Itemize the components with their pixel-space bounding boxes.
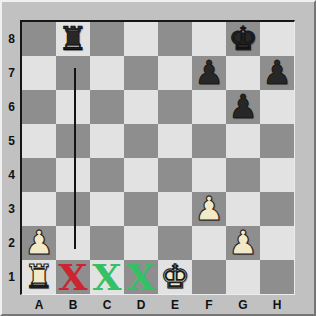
square-b7[interactable]	[56, 56, 90, 90]
square-h3[interactable]	[260, 192, 294, 226]
square-e8[interactable]	[158, 22, 192, 56]
square-e6[interactable]	[158, 90, 192, 124]
square-d4[interactable]	[124, 158, 158, 192]
black-pawn-g6[interactable]: ♟	[228, 90, 258, 124]
square-e5[interactable]	[158, 124, 192, 158]
square-e1[interactable]: ♚	[158, 260, 192, 294]
square-h6[interactable]	[260, 90, 294, 124]
square-b5[interactable]	[56, 124, 90, 158]
file-label-E: E	[158, 295, 192, 314]
rank-label-3: 3	[4, 192, 19, 226]
white-king-e1[interactable]: ♚	[160, 260, 190, 294]
square-g7[interactable]	[226, 56, 260, 90]
square-c5[interactable]	[90, 124, 124, 158]
square-e4[interactable]	[158, 158, 192, 192]
square-g4[interactable]	[226, 158, 260, 192]
square-b3[interactable]	[56, 192, 90, 226]
square-c1[interactable]: X	[90, 260, 124, 294]
square-f3[interactable]: ♟	[192, 192, 226, 226]
square-f1[interactable]	[192, 260, 226, 294]
square-b8[interactable]: ♜	[56, 22, 90, 56]
square-d6[interactable]	[124, 90, 158, 124]
rank-labels: 87654321	[4, 22, 19, 294]
square-c8[interactable]	[90, 22, 124, 56]
rank-label-1: 1	[4, 260, 19, 294]
red-x-mark-b1: X	[58, 260, 87, 294]
chess-board-frame: ♜♚♟♟♟♟♟♟♜XXX♚ 87654321 ABCDEFGH	[0, 0, 316, 316]
square-h4[interactable]	[260, 158, 294, 192]
white-pawn-f3[interactable]: ♟	[194, 192, 224, 226]
square-d1[interactable]: X	[124, 260, 158, 294]
square-g8[interactable]: ♚	[226, 22, 260, 56]
square-d2[interactable]	[124, 226, 158, 260]
square-h1[interactable]	[260, 260, 294, 294]
white-rook-a1[interactable]: ♜	[24, 260, 54, 294]
square-g5[interactable]	[226, 124, 260, 158]
file-label-B: B	[56, 295, 90, 314]
green-x-mark-c1: X	[92, 260, 121, 294]
square-c7[interactable]	[90, 56, 124, 90]
square-h2[interactable]	[260, 226, 294, 260]
rank-label-8: 8	[4, 22, 19, 56]
square-f8[interactable]	[192, 22, 226, 56]
white-pawn-a2[interactable]: ♟	[24, 226, 54, 260]
square-f7[interactable]: ♟	[192, 56, 226, 90]
square-e7[interactable]	[158, 56, 192, 90]
square-a8[interactable]	[22, 22, 56, 56]
black-king-g8[interactable]: ♚	[228, 22, 258, 56]
file-label-G: G	[226, 295, 260, 314]
square-f4[interactable]	[192, 158, 226, 192]
file-label-C: C	[90, 295, 124, 314]
square-f2[interactable]	[192, 226, 226, 260]
file-label-F: F	[192, 295, 226, 314]
black-pawn-h7[interactable]: ♟	[262, 56, 292, 90]
square-c2[interactable]	[90, 226, 124, 260]
black-pawn-f7[interactable]: ♟	[194, 56, 224, 90]
square-a4[interactable]	[22, 158, 56, 192]
square-g2[interactable]: ♟	[226, 226, 260, 260]
rank-label-7: 7	[4, 56, 19, 90]
square-g6[interactable]: ♟	[226, 90, 260, 124]
rank-label-4: 4	[4, 158, 19, 192]
rook-path-line	[74, 68, 76, 249]
square-a6[interactable]	[22, 90, 56, 124]
square-a5[interactable]	[22, 124, 56, 158]
square-d3[interactable]	[124, 192, 158, 226]
square-b1[interactable]: X	[56, 260, 90, 294]
green-x-mark-d1: X	[126, 260, 155, 294]
square-c4[interactable]	[90, 158, 124, 192]
white-pawn-g2[interactable]: ♟	[228, 226, 258, 260]
square-e3[interactable]	[158, 192, 192, 226]
black-rook-b8[interactable]: ♜	[58, 22, 88, 56]
square-e2[interactable]	[158, 226, 192, 260]
file-labels: ABCDEFGH	[22, 295, 294, 314]
square-d7[interactable]	[124, 56, 158, 90]
square-h5[interactable]	[260, 124, 294, 158]
file-label-D: D	[124, 295, 158, 314]
square-g3[interactable]	[226, 192, 260, 226]
square-f5[interactable]	[192, 124, 226, 158]
square-a1[interactable]: ♜	[22, 260, 56, 294]
square-c6[interactable]	[90, 90, 124, 124]
file-label-A: A	[22, 295, 56, 314]
square-g1[interactable]	[226, 260, 260, 294]
square-a7[interactable]	[22, 56, 56, 90]
square-d5[interactable]	[124, 124, 158, 158]
square-b4[interactable]	[56, 158, 90, 192]
rank-label-5: 5	[4, 124, 19, 158]
square-h7[interactable]: ♟	[260, 56, 294, 90]
square-a3[interactable]	[22, 192, 56, 226]
square-c3[interactable]	[90, 192, 124, 226]
square-a2[interactable]: ♟	[22, 226, 56, 260]
rank-label-2: 2	[4, 226, 19, 260]
file-label-H: H	[260, 295, 294, 314]
square-b2[interactable]	[56, 226, 90, 260]
square-f6[interactable]	[192, 90, 226, 124]
square-h8[interactable]	[260, 22, 294, 56]
square-d8[interactable]	[124, 22, 158, 56]
square-b6[interactable]	[56, 90, 90, 124]
rank-label-6: 6	[4, 90, 19, 124]
chess-board: ♜♚♟♟♟♟♟♟♜XXX♚	[20, 20, 295, 295]
